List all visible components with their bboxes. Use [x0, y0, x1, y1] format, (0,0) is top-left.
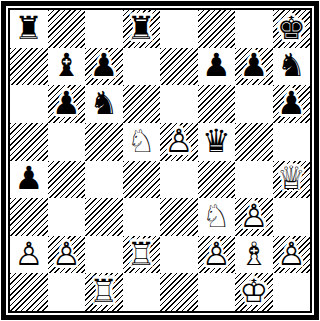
square-e8[interactable]: [160, 10, 198, 48]
square-c8[interactable]: [85, 10, 123, 48]
square-g5[interactable]: [235, 123, 273, 161]
piece-glyph: ♙: [14, 237, 43, 269]
piece-white-pawn: ♟♙: [198, 236, 236, 274]
square-d1[interactable]: [123, 273, 161, 311]
piece-glyph: ♜: [14, 12, 43, 44]
square-e4[interactable]: [160, 161, 198, 199]
piece-glyph: ♘: [202, 200, 231, 232]
square-c1[interactable]: ♜♖: [85, 273, 123, 311]
square-b7[interactable]: ♝♝: [48, 48, 86, 86]
piece-glyph: ♙: [52, 237, 81, 269]
piece-glyph: ♕: [277, 162, 306, 194]
square-c6[interactable]: ♞♞: [85, 85, 123, 123]
piece-black-knight: ♞♞: [273, 48, 311, 86]
square-g3[interactable]: ♟♙: [235, 198, 273, 236]
piece-white-rook: ♜♖: [85, 273, 123, 311]
piece-glyph: ♟: [52, 87, 81, 119]
piece-glyph: ♟: [89, 49, 118, 81]
square-a7[interactable]: [10, 48, 48, 86]
piece-glyph: ♟: [202, 49, 231, 81]
square-h6[interactable]: ♟♟: [273, 85, 311, 123]
square-e3[interactable]: [160, 198, 198, 236]
piece-black-pawn: ♟♟: [85, 48, 123, 86]
piece-black-pawn: ♟♟: [10, 161, 48, 199]
square-h3[interactable]: [273, 198, 311, 236]
piece-glyph: ♛: [202, 124, 231, 156]
chess-diagram: ♜♜♜♜♚♚♝♝♟♟♟♟♟♟♞♞♟♟♞♞♟♟♞♘♟♙♛♛♟♟♛♕♞♘♟♙♟♙♟♙…: [0, 0, 320, 321]
square-d6[interactable]: [123, 85, 161, 123]
square-b5[interactable]: [48, 123, 86, 161]
piece-white-bishop: ♝♗: [235, 236, 273, 274]
square-f5[interactable]: ♛♛: [198, 123, 236, 161]
square-a6[interactable]: [10, 85, 48, 123]
piece-glyph: ♖: [127, 237, 156, 269]
square-f8[interactable]: [198, 10, 236, 48]
square-c3[interactable]: [85, 198, 123, 236]
square-b8[interactable]: [48, 10, 86, 48]
piece-glyph: ♔: [239, 275, 268, 307]
piece-black-bishop: ♝♝: [48, 48, 86, 86]
piece-black-pawn: ♟♟: [273, 85, 311, 123]
square-e1[interactable]: [160, 273, 198, 311]
piece-glyph: ♞: [277, 49, 306, 81]
piece-black-rook: ♜♜: [10, 10, 48, 48]
piece-black-pawn: ♟♟: [198, 48, 236, 86]
square-c2[interactable]: [85, 236, 123, 274]
piece-white-pawn: ♟♙: [273, 236, 311, 274]
square-f7[interactable]: ♟♟: [198, 48, 236, 86]
square-f4[interactable]: [198, 161, 236, 199]
square-g1[interactable]: ♚♔: [235, 273, 273, 311]
piece-black-rook: ♜♜: [123, 10, 161, 48]
piece-glyph: ♟: [277, 87, 306, 119]
square-h8[interactable]: ♚♚: [273, 10, 311, 48]
piece-white-rook: ♜♖: [123, 236, 161, 274]
square-c4[interactable]: [85, 161, 123, 199]
board-frame: ♜♜♜♜♚♚♝♝♟♟♟♟♟♟♞♞♟♟♞♞♟♟♞♘♟♙♛♛♟♟♛♕♞♘♟♙♟♙♟♙…: [1, 1, 319, 320]
square-a4[interactable]: ♟♟: [10, 161, 48, 199]
square-f6[interactable]: [198, 85, 236, 123]
square-d5[interactable]: ♞♘: [123, 123, 161, 161]
piece-glyph: ♘: [127, 124, 156, 156]
piece-glyph: ♗: [239, 237, 268, 269]
piece-white-pawn: ♟♙: [160, 123, 198, 161]
square-b1[interactable]: [48, 273, 86, 311]
piece-black-knight: ♞♞: [85, 85, 123, 123]
square-e5[interactable]: ♟♙: [160, 123, 198, 161]
piece-white-king: ♚♔: [235, 273, 273, 311]
piece-glyph: ♙: [164, 124, 193, 156]
square-a3[interactable]: [10, 198, 48, 236]
piece-glyph: ♜: [127, 12, 156, 44]
piece-glyph: ♚: [277, 12, 306, 44]
square-g7[interactable]: ♟♟: [235, 48, 273, 86]
piece-glyph: ♟: [239, 49, 268, 81]
board-inner-border: ♜♜♜♜♚♚♝♝♟♟♟♟♟♟♞♞♟♟♞♞♟♟♞♘♟♙♛♛♟♟♛♕♞♘♟♙♟♙♟♙…: [8, 8, 312, 313]
square-d3[interactable]: [123, 198, 161, 236]
piece-black-pawn: ♟♟: [48, 85, 86, 123]
piece-black-king: ♚♚: [273, 10, 311, 48]
piece-black-queen: ♛♛: [198, 123, 236, 161]
square-d7[interactable]: [123, 48, 161, 86]
square-b4[interactable]: [48, 161, 86, 199]
piece-glyph: ♞: [89, 87, 118, 119]
square-f3[interactable]: ♞♘: [198, 198, 236, 236]
square-b3[interactable]: [48, 198, 86, 236]
piece-black-pawn: ♟♟: [235, 48, 273, 86]
piece-white-queen: ♛♕: [273, 161, 311, 199]
piece-glyph: ♟: [14, 162, 43, 194]
square-h4[interactable]: ♛♕: [273, 161, 311, 199]
piece-glyph: ♙: [239, 200, 268, 232]
square-e6[interactable]: [160, 85, 198, 123]
square-h1[interactable]: [273, 273, 311, 311]
square-a5[interactable]: [10, 123, 48, 161]
piece-white-knight: ♞♘: [198, 198, 236, 236]
square-f1[interactable]: [198, 273, 236, 311]
square-g6[interactable]: [235, 85, 273, 123]
square-c7[interactable]: ♟♟: [85, 48, 123, 86]
piece-white-knight: ♞♘: [123, 123, 161, 161]
square-c5[interactable]: [85, 123, 123, 161]
piece-white-pawn: ♟♙: [10, 236, 48, 274]
square-d2[interactable]: ♜♖: [123, 236, 161, 274]
piece-glyph: ♙: [202, 237, 231, 269]
square-d4[interactable]: [123, 161, 161, 199]
square-h7[interactable]: ♞♞: [273, 48, 311, 86]
square-a2[interactable]: ♟♙: [10, 236, 48, 274]
square-g4[interactable]: [235, 161, 273, 199]
piece-glyph: ♝: [52, 49, 81, 81]
square-g2[interactable]: ♝♗: [235, 236, 273, 274]
square-b2[interactable]: ♟♙: [48, 236, 86, 274]
piece-white-pawn: ♟♙: [48, 236, 86, 274]
square-a8[interactable]: ♜♜: [10, 10, 48, 48]
piece-glyph: ♙: [277, 237, 306, 269]
square-b6[interactable]: ♟♟: [48, 85, 86, 123]
square-h5[interactable]: [273, 123, 311, 161]
chess-board: ♜♜♜♜♚♚♝♝♟♟♟♟♟♟♞♞♟♟♞♞♟♟♞♘♟♙♛♛♟♟♛♕♞♘♟♙♟♙♟♙…: [10, 10, 310, 311]
square-f2[interactable]: ♟♙: [198, 236, 236, 274]
square-e7[interactable]: [160, 48, 198, 86]
square-d8[interactable]: ♜♜: [123, 10, 161, 48]
square-h2[interactable]: ♟♙: [273, 236, 311, 274]
square-g8[interactable]: [235, 10, 273, 48]
piece-glyph: ♖: [89, 275, 118, 307]
square-a1[interactable]: [10, 273, 48, 311]
square-e2[interactable]: [160, 236, 198, 274]
piece-white-pawn: ♟♙: [235, 198, 273, 236]
